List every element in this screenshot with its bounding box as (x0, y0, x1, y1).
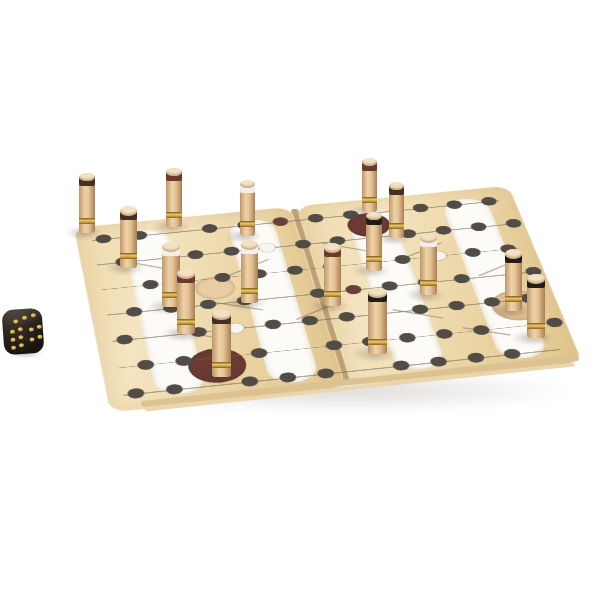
peg-brass-ring (120, 253, 137, 259)
die-pip (31, 313, 36, 317)
peg-white[interactable] (241, 245, 258, 303)
board-dot (324, 340, 343, 351)
board-dot (337, 311, 356, 322)
peg-top (362, 158, 377, 166)
board-dot (435, 328, 454, 339)
die-body (1, 308, 44, 356)
peg-dark-brown[interactable] (120, 211, 137, 268)
board-dot (187, 250, 205, 260)
board-dot (272, 217, 290, 227)
die[interactable] (1, 308, 44, 356)
peg-top (120, 206, 137, 216)
peg-top (177, 269, 195, 279)
peg-top (389, 182, 404, 190)
peg-dark-brown[interactable] (212, 315, 231, 377)
product-photo (0, 0, 600, 600)
peg-red-brown[interactable] (177, 274, 195, 334)
peg-brass-ring (362, 197, 377, 203)
board-dot (316, 368, 335, 379)
board-dot (294, 239, 312, 249)
peg-brass-ring (241, 288, 258, 294)
peg-top (527, 274, 545, 284)
peg-top (212, 310, 231, 321)
peg-brass-ring (166, 212, 182, 218)
peg-top (324, 243, 341, 253)
peg-red-brown[interactable] (166, 172, 182, 227)
peg-white[interactable] (240, 184, 255, 236)
peg-brass-ring (79, 218, 95, 224)
peg-brass-ring (324, 291, 341, 297)
peg-top (162, 242, 180, 252)
peg-top (368, 288, 387, 299)
peg-brass-ring (212, 362, 231, 368)
peg-top (505, 249, 522, 259)
board-dot (411, 203, 429, 213)
board-dot (241, 376, 260, 388)
board-dot (447, 300, 466, 311)
peg-brass-ring (368, 339, 387, 345)
board-dot (199, 299, 217, 310)
die-pip (37, 324, 42, 328)
board-dot (466, 352, 486, 363)
peg-black[interactable] (527, 279, 545, 338)
peg-brass-ring (527, 323, 545, 329)
peg-body (177, 274, 195, 334)
peg-brass-ring (177, 319, 195, 325)
peg-dark-brown[interactable] (79, 177, 95, 233)
die-pip (37, 334, 42, 338)
board-dot (115, 334, 133, 345)
peg-top (240, 180, 255, 188)
peg-red-brown[interactable] (362, 162, 377, 212)
peg-brass-ring (366, 256, 382, 262)
peg-white[interactable] (420, 238, 437, 295)
peg-black[interactable] (366, 216, 382, 271)
peg-brass-ring (420, 280, 437, 286)
peg-red-brown[interactable] (324, 248, 341, 306)
board-dot (201, 224, 219, 234)
board-dot (126, 388, 145, 400)
board-dot (307, 213, 325, 223)
peg-black[interactable] (505, 254, 522, 311)
peg-top (420, 233, 437, 243)
peg-brass-ring (240, 221, 255, 227)
board-dot (345, 284, 364, 295)
peg-brass-ring (505, 296, 522, 302)
peg-black[interactable] (368, 293, 387, 354)
peg-top (241, 240, 258, 250)
peg-dark-brown[interactable] (389, 186, 404, 238)
peg-brass-ring (389, 223, 404, 229)
